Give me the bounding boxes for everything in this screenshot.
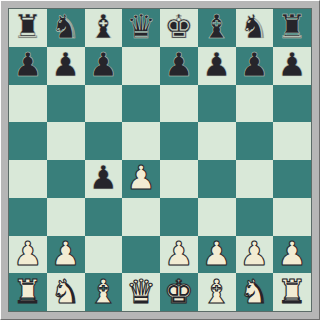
square-c1[interactable]: ♝ <box>85 273 123 311</box>
piece-black-bishop[interactable]: ♝ <box>202 10 232 43</box>
square-a3[interactable] <box>9 198 47 236</box>
square-e2[interactable]: ♟ <box>160 236 198 274</box>
piece-black-knight[interactable]: ♞ <box>51 10 81 43</box>
piece-black-king[interactable]: ♚ <box>164 10 194 43</box>
image-frame: ♜♞♝♛♚♝♞♜♟♟♟♟♟♟♟♟♟♟♟♟♟♟♟♜♞♝♛♚♝♞♜ <box>0 0 320 320</box>
piece-black-pawn[interactable]: ♟ <box>89 48 119 81</box>
square-a2[interactable]: ♟ <box>9 236 47 274</box>
piece-black-pawn[interactable]: ♟ <box>240 48 270 81</box>
square-h5[interactable] <box>273 122 311 160</box>
board-edge: ♜♞♝♛♚♝♞♜♟♟♟♟♟♟♟♟♟♟♟♟♟♟♟♜♞♝♛♚♝♞♜ <box>8 8 312 312</box>
piece-white-pawn[interactable]: ♟ <box>51 237 81 270</box>
square-c4[interactable]: ♟ <box>85 160 123 198</box>
piece-white-pawn[interactable]: ♟ <box>202 237 232 270</box>
square-h7[interactable]: ♟ <box>273 47 311 85</box>
piece-white-queen[interactable]: ♛ <box>126 275 156 308</box>
square-b8[interactable]: ♞ <box>47 9 85 47</box>
square-f6[interactable] <box>198 85 236 123</box>
square-d6[interactable] <box>122 85 160 123</box>
piece-white-pawn[interactable]: ♟ <box>240 237 270 270</box>
square-e3[interactable] <box>160 198 198 236</box>
square-g6[interactable] <box>236 85 274 123</box>
square-a1[interactable]: ♜ <box>9 273 47 311</box>
square-b6[interactable] <box>47 85 85 123</box>
square-g5[interactable] <box>236 122 274 160</box>
piece-white-knight[interactable]: ♞ <box>51 275 81 308</box>
square-c5[interactable] <box>85 122 123 160</box>
square-d8[interactable]: ♛ <box>122 9 160 47</box>
piece-white-rook[interactable]: ♜ <box>13 275 43 308</box>
square-b4[interactable] <box>47 160 85 198</box>
square-f1[interactable]: ♝ <box>198 273 236 311</box>
piece-white-pawn[interactable]: ♟ <box>164 237 194 270</box>
square-d5[interactable] <box>122 122 160 160</box>
square-d2[interactable] <box>122 236 160 274</box>
square-b5[interactable] <box>47 122 85 160</box>
square-e4[interactable] <box>160 160 198 198</box>
piece-white-pawn[interactable]: ♟ <box>277 237 307 270</box>
piece-black-pawn[interactable]: ♟ <box>13 48 43 81</box>
square-g4[interactable] <box>236 160 274 198</box>
piece-black-pawn[interactable]: ♟ <box>202 48 232 81</box>
square-c8[interactable]: ♝ <box>85 9 123 47</box>
piece-white-king[interactable]: ♚ <box>164 275 194 308</box>
square-c6[interactable] <box>85 85 123 123</box>
square-b2[interactable]: ♟ <box>47 236 85 274</box>
square-g3[interactable] <box>236 198 274 236</box>
square-h6[interactable] <box>273 85 311 123</box>
piece-white-bishop[interactable]: ♝ <box>89 275 119 308</box>
square-h2[interactable]: ♟ <box>273 236 311 274</box>
square-e7[interactable]: ♟ <box>160 47 198 85</box>
piece-black-rook[interactable]: ♜ <box>13 10 43 43</box>
square-c7[interactable]: ♟ <box>85 47 123 85</box>
square-d3[interactable] <box>122 198 160 236</box>
square-f7[interactable]: ♟ <box>198 47 236 85</box>
square-b3[interactable] <box>47 198 85 236</box>
piece-black-queen[interactable]: ♛ <box>126 10 156 43</box>
square-c3[interactable] <box>85 198 123 236</box>
piece-black-bishop[interactable]: ♝ <box>89 10 119 43</box>
square-g7[interactable]: ♟ <box>236 47 274 85</box>
piece-white-pawn[interactable]: ♟ <box>126 161 156 194</box>
square-h4[interactable] <box>273 160 311 198</box>
piece-white-bishop[interactable]: ♝ <box>202 275 232 308</box>
piece-black-pawn[interactable]: ♟ <box>164 48 194 81</box>
piece-white-pawn[interactable]: ♟ <box>13 237 43 270</box>
square-a5[interactable] <box>9 122 47 160</box>
piece-black-knight[interactable]: ♞ <box>240 10 270 43</box>
square-f8[interactable]: ♝ <box>198 9 236 47</box>
square-b7[interactable]: ♟ <box>47 47 85 85</box>
square-d7[interactable] <box>122 47 160 85</box>
square-a6[interactable] <box>9 85 47 123</box>
square-a4[interactable] <box>9 160 47 198</box>
piece-white-knight[interactable]: ♞ <box>240 275 270 308</box>
square-g2[interactable]: ♟ <box>236 236 274 274</box>
square-e5[interactable] <box>160 122 198 160</box>
square-e6[interactable] <box>160 85 198 123</box>
square-b1[interactable]: ♞ <box>47 273 85 311</box>
square-h1[interactable]: ♜ <box>273 273 311 311</box>
square-d1[interactable]: ♛ <box>122 273 160 311</box>
piece-black-rook[interactable]: ♜ <box>277 10 307 43</box>
square-f2[interactable]: ♟ <box>198 236 236 274</box>
square-g1[interactable]: ♞ <box>236 273 274 311</box>
square-f5[interactable] <box>198 122 236 160</box>
square-h8[interactable]: ♜ <box>273 9 311 47</box>
square-a7[interactable]: ♟ <box>9 47 47 85</box>
piece-black-pawn[interactable]: ♟ <box>277 48 307 81</box>
square-c2[interactable] <box>85 236 123 274</box>
square-a8[interactable]: ♜ <box>9 9 47 47</box>
square-g8[interactable]: ♞ <box>236 9 274 47</box>
square-e8[interactable]: ♚ <box>160 9 198 47</box>
square-h3[interactable] <box>273 198 311 236</box>
square-e1[interactable]: ♚ <box>160 273 198 311</box>
square-d4[interactable]: ♟ <box>122 160 160 198</box>
square-f3[interactable] <box>198 198 236 236</box>
square-f4[interactable] <box>198 160 236 198</box>
piece-white-rook[interactable]: ♜ <box>277 275 307 308</box>
piece-black-pawn[interactable]: ♟ <box>51 48 81 81</box>
chess-board: ♜♞♝♛♚♝♞♜♟♟♟♟♟♟♟♟♟♟♟♟♟♟♟♜♞♝♛♚♝♞♜ <box>9 9 311 311</box>
piece-black-pawn[interactable]: ♟ <box>89 161 119 194</box>
